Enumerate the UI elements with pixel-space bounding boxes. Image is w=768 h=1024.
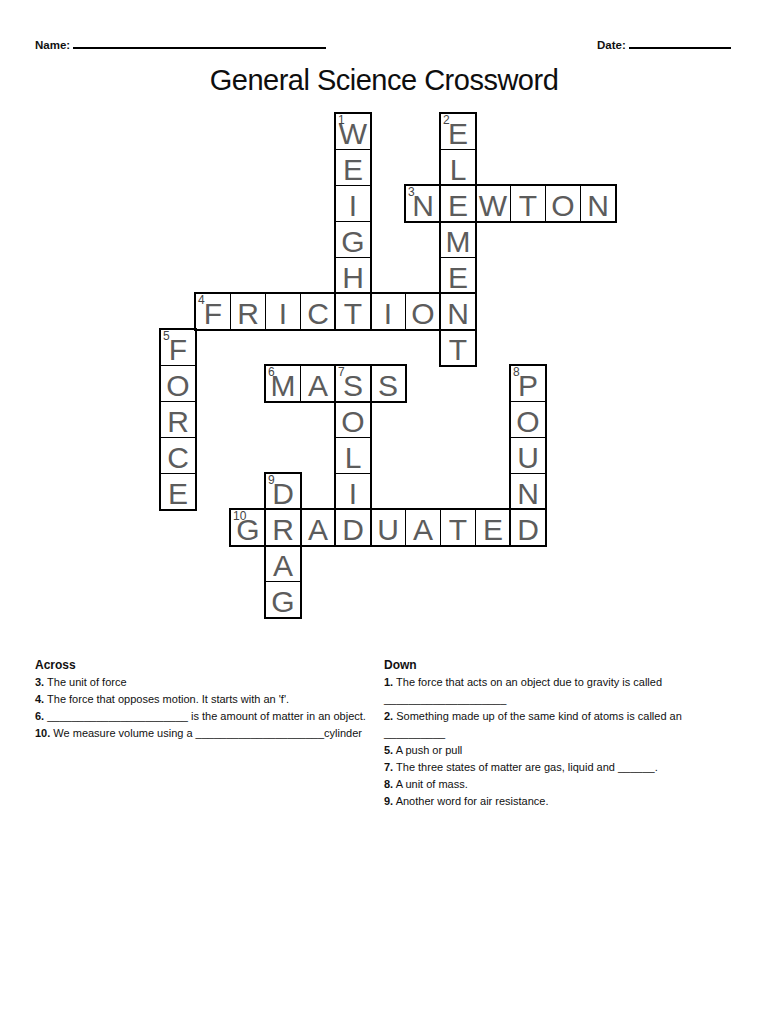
grid-cell-11-10[interactable]: D [510, 509, 546, 546]
cell-letter: O [516, 403, 539, 437]
grid-cell-2-10[interactable]: T [510, 185, 546, 222]
cell-letter: O [166, 367, 189, 401]
grid-cell-5-3[interactable]: I [265, 293, 301, 330]
name-row: Name: [35, 38, 326, 51]
grid-cell-2-8[interactable]: E [440, 185, 476, 222]
clue-text: The three states of matter are gas, liqu… [396, 761, 658, 773]
cell-letter: E [448, 115, 468, 149]
grid-cell-5-4[interactable]: C [300, 293, 336, 330]
cell-letter: N [587, 187, 609, 221]
grid-cell-7-0[interactable]: O [160, 365, 196, 402]
clue-text: _______________________ is the amount of… [47, 710, 366, 722]
clue-number-10: 10 [233, 510, 246, 522]
grid-cell-7-6[interactable]: S [370, 365, 406, 402]
cell-letter: R [272, 511, 294, 545]
clue-number-8: 8 [513, 366, 520, 378]
grid-cell-2-9[interactable]: W [475, 185, 511, 222]
grid-cell-5-2[interactable]: R [230, 293, 266, 330]
grid-cell-7-4[interactable]: A [300, 365, 336, 402]
clue-num: 8. [384, 778, 393, 790]
grid-cell-11-5[interactable]: D [335, 509, 371, 546]
cell-letter: G [341, 223, 364, 257]
across-header: Across [35, 657, 387, 674]
cell-letter: W [479, 187, 507, 221]
cell-letter: O [551, 187, 574, 221]
clue-number-1: 1 [338, 114, 345, 126]
grid-cell-8-0[interactable]: R [160, 401, 196, 438]
grid-cell-2-11[interactable]: O [545, 185, 581, 222]
grid-cell-4-8[interactable]: E [440, 257, 476, 294]
cell-letter: S [343, 367, 363, 401]
cell-letter: C [167, 439, 189, 473]
cell-letter: E [448, 259, 468, 293]
grid-cell-11-8[interactable]: T [440, 509, 476, 546]
grid-cell-5-6[interactable]: I [370, 293, 406, 330]
cell-letter: P [518, 367, 538, 401]
cell-letter: A [308, 367, 328, 401]
grid-cell-9-0[interactable]: C [160, 437, 196, 474]
clue-num: 9. [384, 795, 393, 807]
cell-letter: R [237, 295, 259, 329]
clue-text: The force that opposes motion. It starts… [47, 693, 289, 705]
clue-text: Something made up of the same kind of at… [384, 710, 682, 739]
across-clue-3: 3. The unit of force [35, 674, 387, 691]
grid-cell-11-6[interactable]: U [370, 509, 406, 546]
grid-cell-10-10[interactable]: N [510, 473, 546, 510]
across-clue-6: 6. _______________________ is the amount… [35, 708, 387, 725]
cell-letter: D [342, 511, 364, 545]
grid-cell-11-4[interactable]: A [300, 509, 336, 546]
cell-letter: A [273, 547, 293, 581]
cell-letter: E [168, 475, 188, 509]
clue-num: 10. [35, 727, 50, 739]
cell-letter: S [378, 367, 398, 401]
name-blank-line [73, 38, 326, 49]
grid-cell-11-7[interactable]: A [405, 509, 441, 546]
clue-number-7: 7 [338, 366, 345, 378]
clue-number-3: 3 [408, 186, 415, 198]
clue-num: 5. [384, 744, 393, 756]
cell-letter: I [349, 187, 357, 221]
grid-cell-7-3[interactable]: 6M [265, 365, 301, 402]
grid-cell-11-9[interactable]: E [475, 509, 511, 546]
cell-letter: A [413, 511, 433, 545]
cell-letter: N [412, 187, 434, 221]
down-header: Down [384, 657, 742, 674]
across-clues-section: Across 3. The unit of force4. The force … [35, 657, 387, 742]
grid-cell-4-5[interactable]: H [335, 257, 371, 294]
down-clue-5: 5. A push or pull [384, 742, 742, 759]
grid-cell-6-0[interactable]: 5F [160, 329, 196, 366]
cell-letter: O [341, 403, 364, 437]
page-title: General Science Crossword [0, 64, 768, 97]
worksheet-page: Name: Date: General Science Crossword 1W… [0, 0, 768, 1024]
cell-letter: G [271, 583, 294, 617]
clue-text: The unit of force [47, 676, 127, 688]
grid-cell-11-2[interactable]: 10G [230, 509, 266, 546]
crossword-board: 1W2EELI3NEWTONGMHE4FRICTION5FTO6MA7SS8PR… [160, 113, 618, 620]
grid-cell-7-5[interactable]: 7S [335, 365, 371, 402]
cell-letter: I [384, 295, 392, 329]
cell-letter: N [517, 475, 539, 509]
down-clue-7: 7. The three states of matter are gas, l… [384, 759, 742, 776]
grid-cell-9-10[interactable]: U [510, 437, 546, 474]
cell-letter: E [343, 151, 363, 185]
down-clue-8: 8. A unit of mass. [384, 776, 742, 793]
down-clues-section: Down 1. The force that acts on an object… [384, 657, 742, 810]
grid-cell-9-5[interactable]: L [335, 437, 371, 474]
grid-cell-0-8[interactable]: 2E [440, 113, 476, 150]
clue-text: The force that acts on an object due to … [384, 676, 662, 705]
grid-cell-1-5[interactable]: E [335, 149, 371, 186]
grid-cell-11-3[interactable]: R [265, 509, 301, 546]
cell-letter: H [342, 259, 364, 293]
clue-num: 1. [384, 676, 393, 688]
grid-cell-3-8[interactable]: M [440, 221, 476, 258]
clue-number-4: 4 [198, 294, 205, 306]
cell-letter: E [448, 187, 468, 221]
cell-letter: D [272, 475, 294, 509]
cell-letter: F [169, 331, 187, 365]
clue-text: A unit of mass. [396, 778, 468, 790]
cell-letter: L [345, 439, 362, 473]
cell-letter: D [517, 511, 539, 545]
cell-letter: I [349, 475, 357, 509]
grid-cell-10-3[interactable]: 9D [265, 473, 301, 510]
cell-letter: A [308, 511, 328, 545]
cell-letter: T [519, 187, 537, 221]
cell-letter: R [167, 403, 189, 437]
grid-cell-2-7[interactable]: 3N [405, 185, 441, 222]
grid-cell-12-3[interactable]: A [265, 545, 301, 582]
grid-cell-8-10[interactable]: O [510, 401, 546, 438]
cell-letter: L [450, 151, 467, 185]
down-clue-9: 9. Another word for air resistance. [384, 793, 742, 810]
clue-number-5: 5 [163, 330, 170, 342]
clue-num: 7. [384, 761, 393, 773]
grid-cell-8-5[interactable]: O [335, 401, 371, 438]
grid-cell-13-3[interactable]: G [265, 581, 301, 618]
grid-cell-7-10[interactable]: 8P [510, 365, 546, 402]
clue-number-9: 9 [268, 474, 275, 486]
clue-text: Another word for air resistance. [396, 795, 549, 807]
grid-cell-10-0[interactable]: E [160, 473, 196, 510]
cell-letter: F [204, 295, 222, 329]
grid-cell-3-5[interactable]: G [335, 221, 371, 258]
cell-letter: C [307, 295, 329, 329]
date-label: Date: [597, 39, 626, 51]
clue-num: 3. [35, 676, 44, 688]
grid-cell-5-1[interactable]: 4F [195, 293, 231, 330]
grid-cell-5-5[interactable]: T [335, 293, 371, 330]
clue-number-6: 6 [268, 366, 275, 378]
cell-letter: U [377, 511, 399, 545]
grid-cell-1-8[interactable]: L [440, 149, 476, 186]
grid-cell-2-5[interactable]: I [335, 185, 371, 222]
cell-letter: O [411, 295, 434, 329]
clue-number-2: 2 [443, 114, 450, 126]
across-clue-4: 4. The force that opposes motion. It sta… [35, 691, 387, 708]
date-blank-line [629, 38, 731, 49]
cell-letter: E [483, 511, 503, 545]
clue-text: A push or pull [396, 744, 463, 756]
down-clue-2: 2. Something made up of the same kind of… [384, 708, 742, 742]
date-row: Date: [597, 38, 731, 51]
grid-cell-5-7[interactable]: O [405, 293, 441, 330]
across-clue-10: 10. We measure volume using a __________… [35, 725, 387, 742]
grid-cell-10-5[interactable]: I [335, 473, 371, 510]
down-clue-list: 1. The force that acts on an object due … [384, 674, 742, 810]
cell-letter: U [517, 439, 539, 473]
grid-cell-6-8[interactable]: T [440, 329, 476, 366]
cell-letter: T [344, 295, 362, 329]
clue-text: We measure volume using a ______________… [53, 727, 362, 739]
down-clue-1: 1. The force that acts on an object due … [384, 674, 742, 708]
cell-letter: T [449, 511, 467, 545]
clue-num: 6. [35, 710, 44, 722]
across-clue-list: 3. The unit of force4. The force that op… [35, 674, 387, 742]
cell-letter: N [447, 295, 469, 329]
clue-num: 4. [35, 693, 44, 705]
clue-num: 2. [384, 710, 393, 722]
cell-letter: T [449, 331, 467, 365]
grid-cell-0-5[interactable]: 1W [335, 113, 371, 150]
cell-letter: I [279, 295, 287, 329]
grid-cell-2-12[interactable]: N [580, 185, 616, 222]
cell-letter: M [446, 223, 471, 257]
name-label: Name: [35, 39, 70, 51]
grid-cell-5-8[interactable]: N [440, 293, 476, 330]
